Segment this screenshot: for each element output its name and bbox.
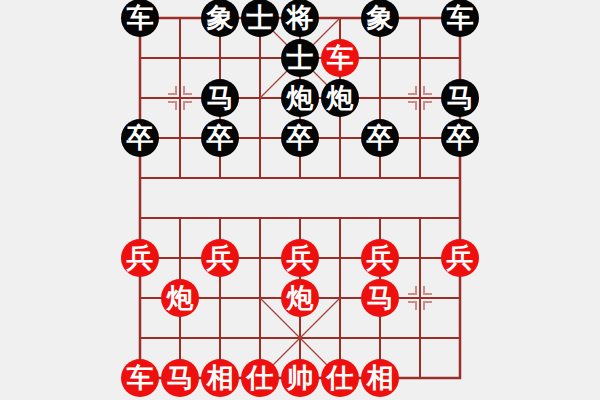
black-cannon[interactable]: 炮 (321, 79, 359, 117)
red-horse[interactable]: 马 (161, 359, 199, 397)
black-soldier[interactable]: 卒 (441, 119, 479, 157)
red-elephant[interactable]: 相 (361, 359, 399, 397)
piece-character: 车 (327, 44, 354, 71)
piece-character: 卒 (287, 124, 314, 151)
piece-character: 士 (247, 4, 274, 31)
piece-character: 马 (447, 84, 474, 111)
red-chariot[interactable]: 车 (321, 39, 359, 77)
piece-character: 兵 (287, 244, 314, 271)
piece-character: 帅 (287, 364, 314, 391)
black-soldier[interactable]: 卒 (361, 119, 399, 157)
red-cannon[interactable]: 炮 (281, 279, 319, 317)
black-chariot[interactable]: 车 (441, 0, 479, 37)
red-chariot[interactable]: 车 (121, 359, 159, 397)
piece-character: 将 (287, 4, 314, 31)
piece-character: 车 (127, 4, 154, 31)
piece-character: 兵 (367, 244, 394, 271)
black-horse[interactable]: 马 (441, 79, 479, 117)
piece-character: 卒 (367, 124, 394, 151)
red-advisor[interactable]: 仕 (241, 359, 279, 397)
piece-character: 炮 (287, 284, 314, 311)
piece-character: 相 (207, 364, 234, 391)
red-cannon[interactable]: 炮 (161, 279, 199, 317)
red-general[interactable]: 帅 (281, 359, 319, 397)
piece-character: 卒 (447, 124, 474, 151)
piece-character: 仕 (327, 364, 354, 391)
piece-character: 马 (167, 364, 194, 391)
red-advisor[interactable]: 仕 (321, 359, 359, 397)
black-cannon[interactable]: 炮 (281, 79, 319, 117)
piece-character: 车 (447, 4, 474, 31)
piece-character: 象 (367, 4, 394, 31)
red-horse[interactable]: 马 (361, 279, 399, 317)
black-soldier[interactable]: 卒 (281, 119, 319, 157)
red-elephant[interactable]: 相 (201, 359, 239, 397)
piece-character: 兵 (447, 244, 474, 271)
pieces-layer: 车象士将象车士马炮炮马卒卒卒卒卒车兵兵兵兵兵炮炮马车马相仕帅仕相 (120, 0, 480, 398)
piece-character: 车 (127, 364, 154, 391)
piece-character: 马 (367, 284, 394, 311)
red-soldier[interactable]: 兵 (281, 239, 319, 277)
red-soldier[interactable]: 兵 (361, 239, 399, 277)
black-advisor[interactable]: 士 (281, 39, 319, 77)
red-soldier[interactable]: 兵 (201, 239, 239, 277)
black-chariot[interactable]: 车 (121, 0, 159, 37)
piece-character: 相 (367, 364, 394, 391)
piece-character: 士 (287, 44, 314, 71)
piece-character: 象 (207, 4, 234, 31)
piece-character: 炮 (287, 84, 314, 111)
red-soldier[interactable]: 兵 (441, 239, 479, 277)
piece-character: 卒 (127, 124, 154, 151)
piece-character: 兵 (207, 244, 234, 271)
black-general[interactable]: 将 (281, 0, 319, 37)
black-advisor[interactable]: 士 (241, 0, 279, 37)
piece-character: 仕 (247, 364, 274, 391)
xiangqi-app: 车象士将象车士马炮炮马卒卒卒卒卒车兵兵兵兵兵炮炮马车马相仕帅仕相 (0, 0, 600, 400)
black-soldier[interactable]: 卒 (121, 119, 159, 157)
black-elephant[interactable]: 象 (201, 0, 239, 37)
black-elephant[interactable]: 象 (361, 0, 399, 37)
piece-character: 炮 (167, 284, 194, 311)
piece-character: 炮 (327, 84, 354, 111)
piece-character: 兵 (127, 244, 154, 271)
black-soldier[interactable]: 卒 (201, 119, 239, 157)
piece-character: 卒 (207, 124, 234, 151)
red-soldier[interactable]: 兵 (121, 239, 159, 277)
black-horse[interactable]: 马 (201, 79, 239, 117)
piece-character: 马 (207, 84, 234, 111)
